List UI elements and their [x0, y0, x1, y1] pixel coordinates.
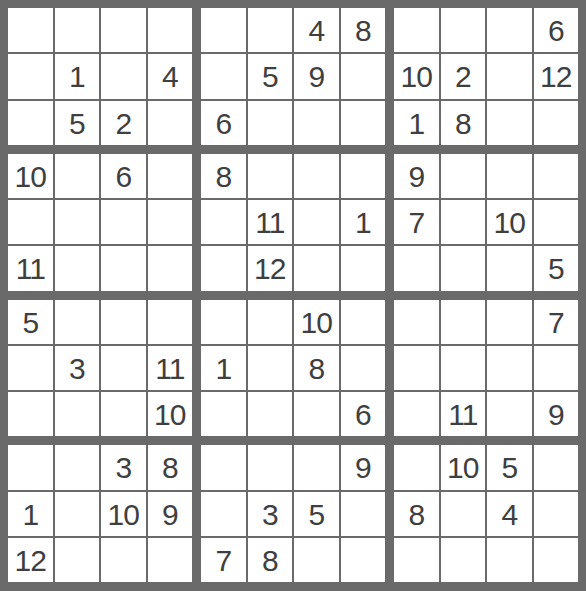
cell-r5c4[interactable]	[148, 200, 193, 244]
cell-r5c1[interactable]	[8, 200, 53, 244]
cell-r12c2[interactable]	[55, 538, 100, 582]
cell-r7c11[interactable]	[487, 300, 532, 344]
cell-r4c7[interactable]	[294, 154, 339, 198]
cell-r4c9[interactable]: 9	[394, 154, 439, 198]
cell-r6c5[interactable]	[201, 246, 246, 290]
cell-r5c6[interactable]: 11	[248, 200, 293, 244]
cell-r6c4[interactable]	[148, 246, 193, 290]
cell-r7c9[interactable]	[394, 300, 439, 344]
cell-r6c9[interactable]	[394, 246, 439, 290]
cell-r1c11[interactable]	[487, 8, 532, 52]
cell-r2c6[interactable]: 5	[248, 54, 293, 98]
cell-r12c6[interactable]: 8	[248, 538, 293, 582]
cell-r9c9[interactable]	[394, 392, 439, 436]
cell-r9c8[interactable]: 6	[341, 392, 386, 436]
cell-r1c10[interactable]	[441, 8, 486, 52]
cell-r9c1[interactable]	[8, 392, 53, 436]
cell-r11c8[interactable]	[341, 492, 386, 536]
cell-r3c5[interactable]: 6	[201, 101, 246, 145]
cell-r4c3[interactable]: 6	[101, 154, 146, 198]
cell-r5c11[interactable]: 10	[487, 200, 532, 244]
cell-r5c8[interactable]: 1	[341, 200, 386, 244]
cell-r10c9[interactable]	[394, 445, 439, 489]
cell-r7c4[interactable]	[148, 300, 193, 344]
cell-r5c10[interactable]	[441, 200, 486, 244]
cell-r5c2[interactable]	[55, 200, 100, 244]
cell-r10c2[interactable]	[55, 445, 100, 489]
cell-r8c7[interactable]: 8	[294, 346, 339, 390]
cell-r12c5[interactable]: 7	[201, 538, 246, 582]
cell-r3c11[interactable]	[487, 101, 532, 145]
cell-r5c9[interactable]: 7	[394, 200, 439, 244]
cell-r12c12[interactable]	[534, 538, 579, 582]
cell-r6c11[interactable]	[487, 246, 532, 290]
cell-r12c8[interactable]	[341, 538, 386, 582]
cell-r8c3[interactable]	[101, 346, 146, 390]
cell-r1c3[interactable]	[101, 8, 146, 52]
cell-r1c4[interactable]	[148, 8, 193, 52]
cell-r1c1[interactable]	[8, 8, 53, 52]
cell-r7c7[interactable]: 10	[294, 300, 339, 344]
cell-r3c3[interactable]: 2	[101, 101, 146, 145]
cell-r10c10[interactable]: 10	[441, 445, 486, 489]
cell-r6c1[interactable]: 11	[8, 246, 53, 290]
cell-r11c1[interactable]: 1	[8, 492, 53, 536]
cell-r7c2[interactable]	[55, 300, 100, 344]
cell-r5c12[interactable]	[534, 200, 579, 244]
cell-r11c11[interactable]: 4	[487, 492, 532, 536]
cell-r8c9[interactable]	[394, 346, 439, 390]
cell-r4c11[interactable]	[487, 154, 532, 198]
cell-r12c4[interactable]	[148, 538, 193, 582]
cell-r9c10[interactable]: 11	[441, 392, 486, 436]
cell-r11c6[interactable]: 3	[248, 492, 293, 536]
cell-r11c7[interactable]: 5	[294, 492, 339, 536]
cell-r3c8[interactable]	[341, 101, 386, 145]
cell-r2c5[interactable]	[201, 54, 246, 98]
cell-r8c11[interactable]	[487, 346, 532, 390]
cell-r10c1[interactable]	[8, 445, 53, 489]
cell-r1c7[interactable]: 4	[294, 8, 339, 52]
cell-r8c10[interactable]	[441, 346, 486, 390]
cell-r9c2[interactable]	[55, 392, 100, 436]
cell-r7c12[interactable]: 7	[534, 300, 579, 344]
cell-r5c5[interactable]	[201, 200, 246, 244]
cell-r9c12[interactable]: 9	[534, 392, 579, 436]
cell-r2c9[interactable]: 10	[394, 54, 439, 98]
cell-r3c2[interactable]: 5	[55, 101, 100, 145]
cell-r6c10[interactable]	[441, 246, 486, 290]
cell-r10c5[interactable]	[201, 445, 246, 489]
cell-r11c10[interactable]	[441, 492, 486, 536]
cell-r8c8[interactable]	[341, 346, 386, 390]
cell-r3c4[interactable]	[148, 101, 193, 145]
cell-r5c7[interactable]	[294, 200, 339, 244]
cell-r8c6[interactable]	[248, 346, 293, 390]
cell-r10c4[interactable]: 8	[148, 445, 193, 489]
cell-r2c12[interactable]: 12	[534, 54, 579, 98]
cell-r9c3[interactable]	[101, 392, 146, 436]
cell-r1c2[interactable]	[55, 8, 100, 52]
cell-r1c9[interactable]	[394, 8, 439, 52]
cell-r3c6[interactable]	[248, 101, 293, 145]
cell-r9c5[interactable]	[201, 392, 246, 436]
cell-r4c2[interactable]	[55, 154, 100, 198]
cell-r10c8[interactable]: 9	[341, 445, 386, 489]
cell-r4c1[interactable]: 10	[8, 154, 53, 198]
cell-r10c3[interactable]: 3	[101, 445, 146, 489]
cell-r1c5[interactable]	[201, 8, 246, 52]
cell-r10c12[interactable]	[534, 445, 579, 489]
cell-r7c6[interactable]	[248, 300, 293, 344]
cell-r6c3[interactable]	[101, 246, 146, 290]
cell-r4c10[interactable]	[441, 154, 486, 198]
cell-r11c4[interactable]: 9	[148, 492, 193, 536]
cell-r8c2[interactable]: 3	[55, 346, 100, 390]
cell-r8c1[interactable]	[8, 346, 53, 390]
cell-r2c10[interactable]: 2	[441, 54, 486, 98]
cell-r4c6[interactable]	[248, 154, 293, 198]
cell-r4c12[interactable]	[534, 154, 579, 198]
cell-r2c3[interactable]	[101, 54, 146, 98]
cell-r3c1[interactable]	[8, 101, 53, 145]
cell-r10c11[interactable]: 5	[487, 445, 532, 489]
cell-r6c6[interactable]: 12	[248, 246, 293, 290]
cell-r3c7[interactable]	[294, 101, 339, 145]
cell-r1c6[interactable]	[248, 8, 293, 52]
cell-r8c5[interactable]: 1	[201, 346, 246, 390]
cell-r8c12[interactable]	[534, 346, 579, 390]
sudoku-board: 4861459102125261810689111710111255107311…	[0, 0, 586, 591]
cell-r7c5[interactable]	[201, 300, 246, 344]
cell-r11c5[interactable]	[201, 492, 246, 536]
cell-r9c7[interactable]	[294, 392, 339, 436]
cell-r3c9[interactable]: 1	[394, 101, 439, 145]
cell-r2c4[interactable]: 4	[148, 54, 193, 98]
cell-r8c4[interactable]: 11	[148, 346, 193, 390]
cell-r12c1[interactable]: 12	[8, 538, 53, 582]
cell-r2c2[interactable]: 1	[55, 54, 100, 98]
cell-r11c9[interactable]: 8	[394, 492, 439, 536]
cell-r10c6[interactable]	[248, 445, 293, 489]
cell-r7c10[interactable]	[441, 300, 486, 344]
cell-r9c6[interactable]	[248, 392, 293, 436]
cell-r2c7[interactable]: 9	[294, 54, 339, 98]
cell-r10c7[interactable]	[294, 445, 339, 489]
cell-r6c12[interactable]: 5	[534, 246, 579, 290]
cell-r12c10[interactable]	[441, 538, 486, 582]
cell-r4c4[interactable]	[148, 154, 193, 198]
cell-r7c8[interactable]	[341, 300, 386, 344]
cell-r6c8[interactable]	[341, 246, 386, 290]
cell-r9c11[interactable]	[487, 392, 532, 436]
cell-r7c1[interactable]: 5	[8, 300, 53, 344]
cell-r4c5[interactable]: 8	[201, 154, 246, 198]
cell-r3c12[interactable]	[534, 101, 579, 145]
cell-r12c11[interactable]	[487, 538, 532, 582]
cell-r4c8[interactable]	[341, 154, 386, 198]
cell-r1c8[interactable]: 8	[341, 8, 386, 52]
cell-r12c9[interactable]	[394, 538, 439, 582]
cell-r11c12[interactable]	[534, 492, 579, 536]
cell-r5c3[interactable]	[101, 200, 146, 244]
cell-r1c12[interactable]: 6	[534, 8, 579, 52]
cell-r12c3[interactable]	[101, 538, 146, 582]
cell-r2c8[interactable]	[341, 54, 386, 98]
cell-r2c1[interactable]	[8, 54, 53, 98]
cell-r3c10[interactable]: 8	[441, 101, 486, 145]
cell-r9c4[interactable]: 10	[148, 392, 193, 436]
cell-r6c7[interactable]	[294, 246, 339, 290]
cell-r2c11[interactable]	[487, 54, 532, 98]
cell-r11c2[interactable]	[55, 492, 100, 536]
cell-r6c2[interactable]	[55, 246, 100, 290]
cell-r7c3[interactable]	[101, 300, 146, 344]
cell-r11c3[interactable]: 10	[101, 492, 146, 536]
cell-r12c7[interactable]	[294, 538, 339, 582]
